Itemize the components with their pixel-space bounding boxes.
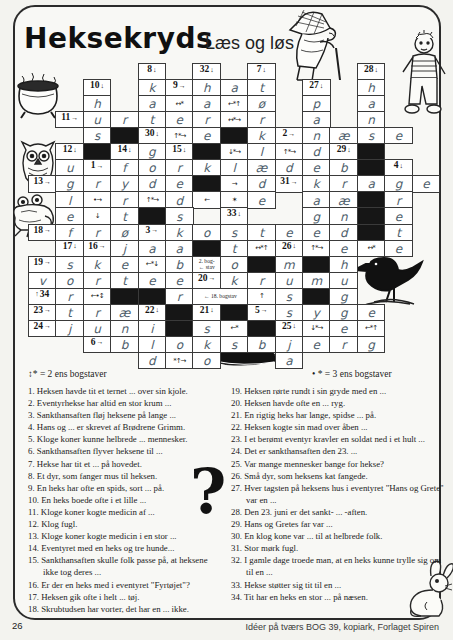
cell-r8c6: ← xyxy=(192,191,221,208)
cell-r3c1: 11→ xyxy=(55,111,84,128)
boy-icon xyxy=(397,30,451,122)
cell-r12c10 xyxy=(302,256,331,273)
clue-33: 33. Hekse støtter sig tit til en ... xyxy=(231,579,445,591)
cell-r2c8: ø xyxy=(247,95,276,112)
cell-r9c7: 33↓ xyxy=(220,207,249,224)
clue-3: 3. Sankthansaften fløj heksene på lange … xyxy=(28,409,222,421)
cell-r7c2: r xyxy=(83,175,112,192)
cell-r9c13: e xyxy=(384,207,413,224)
clue-number: 10 xyxy=(90,80,100,90)
clue-32: 32. I gamle dage troede man, at en heks … xyxy=(231,554,445,578)
cell-r15c9: s xyxy=(275,304,304,321)
cell-r11c11: e xyxy=(329,240,358,257)
cell-r16c6: s xyxy=(192,320,221,337)
clue-arrow: → xyxy=(44,322,51,330)
cell-r16c7: ←* xyxy=(220,320,249,337)
clue-9: 9. En heks har ofte en spids, sort ... p… xyxy=(28,482,222,494)
cell-r10c0: 18→ xyxy=(28,224,57,241)
clue-arrow: → xyxy=(179,82,186,90)
cell-r1c6: h xyxy=(192,79,221,96)
clue-18: 18. Skrubtudsen har vorter, det har en .… xyxy=(28,603,222,615)
cell-r10c10: e xyxy=(302,224,331,241)
clue-arrow: → xyxy=(99,242,106,250)
cell-r6c6: k xyxy=(192,159,221,176)
clue-number: 9 xyxy=(173,80,178,90)
cell-r6c5: r xyxy=(165,159,194,176)
cell-r3c2: u xyxy=(83,111,112,128)
cell-r11c2: 16→ xyxy=(83,240,112,257)
clue-number: 22 xyxy=(145,305,155,315)
cell-r13c8: r xyxy=(247,272,276,289)
cell-r8c5: d xyxy=(165,191,194,208)
page-number: 26 xyxy=(12,620,23,631)
cell-r10c13: t xyxy=(384,224,413,241)
cell-r4c8: k xyxy=(247,127,276,144)
cell-r11c4: a xyxy=(138,240,167,257)
cell-r15c6: 21↓ xyxy=(192,304,221,321)
cell-r18c4: d xyxy=(138,352,167,369)
clue-11: 11. Kloge koner kogte medicin af ... xyxy=(28,506,222,518)
cell-r4c2: s xyxy=(83,127,112,144)
clue-arrow: → xyxy=(44,226,51,234)
cell-r17c9: j xyxy=(275,336,304,353)
cell-r6c4: o xyxy=(138,159,167,176)
cell-r7c5: e xyxy=(165,175,194,192)
clue-1: 1. Heksen havde tit et ternet ... over s… xyxy=(28,385,222,397)
cell-r4c4: 30↓ xyxy=(138,127,167,144)
clue-number: 21 xyxy=(200,305,210,315)
cell-r3c12: n xyxy=(357,111,386,128)
clue-number: 3 xyxy=(146,225,151,235)
clue-arrow: → xyxy=(291,178,298,186)
cell-r12c4: ←*↓ xyxy=(138,256,167,273)
cell-r10c3: ø xyxy=(110,224,139,241)
clue-arrow: ↓ xyxy=(155,130,159,138)
clue-arrow: ↓ xyxy=(183,146,187,154)
clue-arrow: ↓ xyxy=(263,66,267,74)
clue-number: 6 xyxy=(91,337,96,347)
clue-arrow: → xyxy=(71,114,78,122)
cell-r13c3: t xyxy=(110,272,139,289)
cell-r4c11: æ xyxy=(329,127,358,144)
cell-r8c1: l xyxy=(55,191,84,208)
cell-r1c10: 27↓ xyxy=(302,79,331,96)
cell-r13c2: r xyxy=(83,272,112,289)
clue-2: 2. Eventyrhekse har altid en stor krum .… xyxy=(28,397,222,409)
cell-r7c9: 31→ xyxy=(275,175,304,192)
cell-r14c11: g xyxy=(329,288,358,305)
cell-r3c8: r xyxy=(247,111,276,128)
cell-r5c1: 12↓ xyxy=(55,143,84,160)
clue-20: 20. Heksen havde ofte en ... ryg. xyxy=(231,397,445,409)
cell-r4c12: s xyxy=(357,127,386,144)
cell-r13c1: o xyxy=(55,272,84,289)
cell-r14c4 xyxy=(138,288,167,305)
clue-arrow: ↓ xyxy=(155,306,159,314)
cell-r5c10: d xyxy=(302,143,331,160)
cell-r17c5: o xyxy=(165,336,194,353)
cell-r14c5: r xyxy=(165,288,194,305)
clue-22: 22. Heksen kogte sin mad over åben ... xyxy=(231,421,445,433)
cell-r13c0: v xyxy=(28,272,57,289)
cell-r11c6 xyxy=(192,240,221,257)
clue-number: 7 xyxy=(257,64,262,74)
cell-r13c5: e xyxy=(165,272,194,289)
clue-arrow: ↓ xyxy=(153,66,157,74)
cell-r16c1: j xyxy=(55,320,84,337)
cell-r10c6: o xyxy=(192,224,221,241)
cell-r9c2: ↓ xyxy=(83,207,112,224)
hint-text: ← stav xyxy=(199,264,215,270)
clue-arrow: → xyxy=(44,178,51,186)
cell-r10c4: 3→ xyxy=(138,224,167,241)
cell-r15c2: r xyxy=(83,304,112,321)
cell-r5c8: l xyxy=(247,143,276,160)
clue-number: 12 xyxy=(63,144,73,154)
cell-r11c5: a xyxy=(165,240,194,257)
clue-4: 4. Hans og ... er skrevet af Brødrene Gr… xyxy=(28,421,222,433)
clue-arrow: ↓ xyxy=(73,242,77,250)
cell-r6c9: d xyxy=(275,159,304,176)
cell-r2c10: p xyxy=(302,95,331,112)
clue-number: 28 xyxy=(364,64,374,74)
cell-r12c7: o xyxy=(220,256,249,273)
cell-r7c10: k xyxy=(302,175,331,192)
clue-number: 1 xyxy=(91,160,96,170)
cell-r5c3: 14↓ xyxy=(110,143,139,160)
clue-number: 2 xyxy=(283,128,288,138)
cell-r15c11: g xyxy=(329,304,358,321)
clue-number: 31 xyxy=(280,176,290,186)
cell-r6c2: 1→ xyxy=(83,159,112,176)
cell-r7c7: → xyxy=(220,175,249,192)
cell-r0c8: 7↓ xyxy=(247,63,276,80)
cell-r9c4 xyxy=(138,207,167,224)
cell-r14c1: r xyxy=(55,288,84,305)
clue-arrow: → xyxy=(44,258,51,266)
cell-r14c0: ↑34 xyxy=(28,288,57,305)
cell-r12c8 xyxy=(247,256,276,273)
cell-r3c7: ↔*→ xyxy=(220,111,249,128)
cell-r0c12: 28↓ xyxy=(357,63,386,80)
cell-r14c10 xyxy=(302,288,331,305)
cell-r7c14: e xyxy=(412,175,441,192)
cell-r12c0: 19→ xyxy=(28,256,57,273)
cell-r15c1: t xyxy=(55,304,84,321)
cell-r12c9: m xyxy=(275,256,304,273)
cell-r12c5: b xyxy=(165,256,194,273)
cell-r3c3: r xyxy=(110,111,139,128)
clue-12: 12. Klog fugl. xyxy=(28,518,222,530)
cell-r10c1: f xyxy=(55,224,84,241)
cell-r7c4: d xyxy=(138,175,167,192)
cell-r16c8 xyxy=(247,320,276,337)
cell-r13c4: e xyxy=(138,272,167,289)
clue-number: 26 xyxy=(282,241,292,251)
cell-r15c12: e xyxy=(357,304,386,321)
cell-r13c11: u xyxy=(329,272,358,289)
cell-r12c2: k xyxy=(83,256,112,273)
cell-r4c13: e xyxy=(384,127,413,144)
cell-r8c3: r xyxy=(110,191,139,208)
clue-number: 23 xyxy=(34,305,44,315)
cell-r7c1: g xyxy=(55,175,84,192)
cell-r8c11: æ xyxy=(329,191,358,208)
cell-r0c6: 32↓ xyxy=(192,63,221,80)
clue-arrow: → xyxy=(44,306,51,314)
cell-r7c3: y xyxy=(110,175,139,192)
cell-r14c6: ← 18. bogstav xyxy=(192,288,248,305)
clue-6: 6. Sankthansaften flyver heksene til ... xyxy=(28,445,222,457)
page-title: Heksekryds xyxy=(24,22,213,55)
clue-number: 24 xyxy=(34,321,44,331)
cell-r12c3: e xyxy=(110,256,139,273)
clue-8: 8. Et dyr, som fanger mus til heksen. xyxy=(28,470,222,482)
cell-r11c7: t xyxy=(220,240,249,257)
cell-r16c2: u xyxy=(83,320,112,337)
clue-15: 15. Sankthansaften skulle folk passe på,… xyxy=(28,554,222,578)
cell-r10c8: t xyxy=(247,224,276,241)
clue-arrow: ↓ xyxy=(375,66,379,74)
cell-r2c6: a xyxy=(192,95,221,112)
cell-r3c5: e xyxy=(165,111,194,128)
clue-arrow: ↓ xyxy=(292,322,296,330)
cell-r1c8: t xyxy=(247,79,276,96)
clue-arrow: ↓ xyxy=(73,146,77,154)
cell-r7c13: g xyxy=(384,175,413,192)
clue-number: 15 xyxy=(172,144,182,154)
cell-r17c8: b xyxy=(247,336,276,353)
cell-r11c1: 17↓ xyxy=(55,240,84,257)
clue-arrow: ↓ xyxy=(292,242,296,250)
cell-r15c4: 22↓ xyxy=(138,304,167,321)
cell-r6c10: e xyxy=(302,159,331,176)
cell-r5c11: 29↓ xyxy=(329,143,358,160)
cell-r2c4: a xyxy=(138,95,167,112)
clue-24: 24. Det er sankthansaften den 23. ... xyxy=(231,445,445,457)
clue-13: 13. Kloge koner kogte medicin i en stor … xyxy=(28,530,222,542)
clue-7: 7. Hekse har tit et ... på hovedet. xyxy=(28,458,222,470)
clue-27: 27. Hver tagsten på heksens hus i eventy… xyxy=(231,482,445,506)
clue-34: 34. Tit har en heks en stor ... på næsen… xyxy=(231,591,445,603)
cell-r6c3: f xyxy=(110,159,139,176)
cell-r18c9: a xyxy=(275,352,304,369)
cell-r14c9: s xyxy=(275,288,304,305)
clue-17: 17. Heksen gik ofte i helt ... tøj. xyxy=(28,591,222,603)
cell-r8c4: ↑*→ xyxy=(138,191,167,208)
cell-r17c2: 6→ xyxy=(83,336,112,353)
clue-number: 33 xyxy=(227,208,237,218)
cell-r11c13: e xyxy=(384,240,413,257)
cell-r10c9: e xyxy=(275,224,304,241)
cell-r5c9: ↑*→ xyxy=(275,143,304,160)
cell-r11c3: j xyxy=(110,240,139,257)
cell-r1c5: 9→ xyxy=(165,79,194,96)
cell-r5c5: 15↓ xyxy=(165,143,194,160)
clue-28: 28. Den 23. juni er det sankt- ... -afte… xyxy=(231,506,445,518)
cell-r7c0: 13→ xyxy=(28,175,57,192)
cell-r9c5: s xyxy=(165,207,194,224)
clue-arrow: → xyxy=(96,338,103,346)
clue-21: 21. En rigtig heks har lange, spidse ...… xyxy=(231,409,445,421)
clue-5: 5. Kloge koner kunne helbrede ... mennes… xyxy=(28,433,222,445)
cell-r16c10: ↓*→ xyxy=(302,320,331,337)
clue-number: 30 xyxy=(145,128,155,138)
cell-r9c1: e xyxy=(55,207,84,224)
cell-r14c8: ↑ xyxy=(247,288,276,305)
cell-r3c4: t xyxy=(138,111,167,128)
clue-arrow: → xyxy=(288,130,295,138)
cell-r4c10: n xyxy=(302,127,331,144)
clue-31: 31. Stor mørk fugl. xyxy=(231,542,445,554)
cell-r4c3 xyxy=(110,127,139,144)
witch-icon xyxy=(268,6,352,84)
cell-r8c13: r xyxy=(384,191,413,208)
clue-number: 32 xyxy=(200,64,210,74)
cell-r2c12: a xyxy=(357,95,386,112)
clue-number: 5 xyxy=(255,305,260,315)
cell-r6c13: 4↓ xyxy=(384,159,413,176)
clue-number: 29 xyxy=(337,144,347,154)
clue-number: 13 xyxy=(34,176,44,186)
cell-r17c4: l xyxy=(138,336,167,353)
clue-29: 29. Hans og Gretes far var ... xyxy=(231,518,445,530)
cell-r8c12 xyxy=(357,191,386,208)
cell-r4c9: 2→ xyxy=(275,127,304,144)
cell-r13c7: k xyxy=(220,272,249,289)
clue-number: 17 xyxy=(63,241,73,251)
clue-number: 27 xyxy=(309,80,319,90)
cell-r4c7 xyxy=(220,127,249,144)
cell-r8c10: a xyxy=(302,191,331,208)
cell-r10c12 xyxy=(357,224,386,241)
cell-r5c6 xyxy=(192,143,221,160)
cell-r16c4: i xyxy=(138,320,167,337)
cell-r5c7: ↓*→ xyxy=(220,143,249,160)
clue-arrow: ↓ xyxy=(238,210,242,218)
cell-r3c10: a xyxy=(302,111,331,128)
cell-r18c5: *↑→ xyxy=(165,352,194,369)
clue-number: 4 xyxy=(394,160,399,170)
cell-r16c11: e xyxy=(329,320,358,337)
cell-r3c6: r xyxy=(192,111,221,128)
cell-r7c12: a xyxy=(357,175,386,192)
clue-arrow: ↑ xyxy=(35,290,39,298)
clue-number: 19 xyxy=(34,257,44,267)
clue-number: 25 xyxy=(282,321,292,331)
cell-r10c7: s xyxy=(220,224,249,241)
cell-r14c3 xyxy=(110,288,139,305)
clue-arrow: ↓ xyxy=(128,146,132,154)
cell-r1c2: 10↓ xyxy=(83,79,112,96)
cell-r1c7: a xyxy=(220,79,249,96)
cell-r1c4: k xyxy=(138,79,167,96)
legend-two-same-letters: ↕* = 2 ens bogstaver xyxy=(28,369,107,379)
cell-r6c8: æ xyxy=(247,159,276,176)
cell-r6c11: b xyxy=(329,159,358,176)
cell-r14c2: ←•↕ xyxy=(83,288,112,305)
cell-r4c6: e xyxy=(192,127,221,144)
cell-r15c3: æ xyxy=(110,304,139,321)
cell-r2c5: ↔* xyxy=(165,95,194,112)
clue-arrow: → xyxy=(96,162,103,170)
cell-r7c6 xyxy=(192,175,221,192)
clue-number: 8 xyxy=(147,64,152,74)
cell-r15c0: 23→ xyxy=(28,304,57,321)
clue-26: 26. Små dyr, som heksens kat fangede. xyxy=(231,470,445,482)
clue-number: 11 xyxy=(61,112,70,122)
cell-r8c7: ✶ xyxy=(220,191,249,208)
legend-three-same-letters: • * = 3 ens bogstaver xyxy=(312,369,392,379)
clue-arrow: ↓ xyxy=(320,82,324,90)
clue-arrow: ↓ xyxy=(210,306,214,314)
cell-r12c6: 2. bog-← stav xyxy=(192,256,221,273)
clue-arrow: → xyxy=(151,226,158,234)
cell-r17c3: b xyxy=(110,336,139,353)
cell-r6c1: u xyxy=(55,159,84,176)
cell-r11c9: 26↓ xyxy=(275,240,304,257)
cell-r17c12: g xyxy=(357,336,386,353)
cell-r1c12: h xyxy=(357,79,386,96)
cell-r10c2: r xyxy=(83,224,112,241)
cell-r16c3: n xyxy=(110,320,139,337)
cell-r10c11: d xyxy=(329,224,358,241)
cell-r11c8: ↔*↑ xyxy=(247,240,276,257)
cell-r9c10: g xyxy=(302,207,331,224)
cell-r13c6: 20→ xyxy=(192,272,221,289)
cell-r6c12 xyxy=(357,159,386,176)
clue-19: 19. Heksen rørte rundt i sin gryde med e… xyxy=(231,385,445,397)
cell-r0c4: 8↓ xyxy=(138,63,167,80)
cell-r17c6: k xyxy=(192,336,221,353)
cell-r5c2 xyxy=(83,143,112,160)
cell-r7c11: r xyxy=(329,175,358,192)
cell-r6c7: l xyxy=(220,159,249,176)
cell-r5c4: g xyxy=(138,143,167,160)
clue-arrow: → xyxy=(261,306,268,314)
cell-r17c7: s xyxy=(220,336,249,353)
clue-number: 18 xyxy=(34,225,44,235)
clue-16: 16. Er der en heks med i eventyret "Fyrt… xyxy=(28,579,222,591)
cell-r15c8: 5→ xyxy=(247,304,276,321)
cell-r5c12 xyxy=(357,143,386,160)
footer-credit: Idéer på tværs BOG 39, kopiark, Forlaget… xyxy=(245,622,439,632)
cell-r16c9: 25↓ xyxy=(275,320,304,337)
clue-23: 23. I et berømt eventyr kravler en solda… xyxy=(231,433,445,445)
cell-r10c5: k xyxy=(165,224,194,241)
cell-r4c5: ↑*→ xyxy=(165,127,194,144)
cell-r15c7 xyxy=(220,304,249,321)
cell-r17c11: r xyxy=(329,336,358,353)
clue-arrow: ↓ xyxy=(400,162,404,170)
cell-r15c10: y xyxy=(302,304,331,321)
clue-arrow: ↓ xyxy=(347,146,351,154)
cell-r9c11: n xyxy=(329,207,358,224)
clue-number: 34 xyxy=(40,289,50,299)
clue-number: 14 xyxy=(117,144,127,154)
clue-number: 20 xyxy=(198,273,208,283)
clue-list-right: 19. Heksen rørte rundt i sin gryde med e… xyxy=(231,385,445,603)
cell-r12c11: h xyxy=(329,256,358,273)
cell-r13c10: m xyxy=(302,272,331,289)
cell-r16c5 xyxy=(165,320,194,337)
cell-r9c3: t xyxy=(110,207,139,224)
cell-r11c12: ↔* xyxy=(357,240,386,257)
cell-r11c10: ↑*→ xyxy=(302,240,331,257)
clue-list-left: 1. Heksen havde tit et ternet ... over s… xyxy=(28,385,222,615)
clue-10: 10. En heks boede ofte i et lille ... xyxy=(28,494,222,506)
cell-r12c1: s xyxy=(55,256,84,273)
